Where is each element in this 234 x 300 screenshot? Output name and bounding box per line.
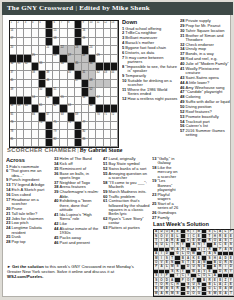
cell-number: 38	[32, 71, 35, 74]
grid-cell[interactable]	[24, 29, 31, 37]
grid-cell[interactable]: 42	[96, 71, 103, 79]
cell-number: 30	[10, 62, 13, 65]
grid-cell[interactable]: 83	[82, 139, 89, 147]
cell-number: 83	[82, 138, 85, 141]
across-clues-column-1: Across 1 Fido’s roommate6 “That gives me…	[6, 157, 52, 263]
grid-cell[interactable]	[60, 122, 67, 130]
clue: 55 Annoying question on a scorcher	[103, 172, 150, 181]
grid-cell[interactable]	[24, 46, 31, 54]
block-cell	[46, 130, 53, 138]
grid-cell[interactable]	[32, 80, 39, 88]
grid-cell[interactable]	[111, 88, 118, 96]
grid-cell[interactable]	[89, 113, 96, 121]
cell-number: 81	[10, 138, 13, 141]
grid-cell[interactable]: 21	[46, 46, 53, 54]
clue: 57 2016 Summer Games setting	[180, 129, 234, 138]
grid-cell[interactable]	[17, 88, 24, 96]
grid-cell[interactable]	[17, 29, 24, 37]
grid-cell[interactable]	[75, 88, 82, 96]
grid-cell[interactable]	[17, 139, 24, 147]
grid-cell[interactable]: 25	[32, 55, 39, 63]
block-cell	[75, 29, 82, 37]
solution-grid: ADOBERIMSCALPNOVELICETHREETIARADEWROASTS…	[153, 229, 234, 297]
cell-number: 51	[54, 88, 57, 91]
cell-number: 5	[39, 21, 40, 24]
crossword-grid[interactable]: 1234567891011121314151617181920212223242…	[9, 20, 119, 148]
cell-number: 47	[75, 79, 78, 82]
cell-number: 36	[90, 62, 93, 65]
cell-number: 28	[82, 54, 85, 57]
block-cell	[46, 122, 53, 130]
cell-number: 24	[90, 46, 93, 49]
cell-number: 72	[111, 113, 114, 116]
cell-number: 71	[104, 113, 107, 116]
grid-cell[interactable]	[60, 139, 67, 147]
cell-number: 43	[104, 71, 107, 74]
cell-number: 44	[111, 71, 114, 74]
grid-cell[interactable]: 56	[82, 97, 89, 105]
cell-number: 73	[10, 121, 13, 124]
clue: 44 Alcatraz inmate of the 1930s	[54, 227, 100, 236]
grid-cell[interactable]: 61	[39, 105, 46, 113]
down-clues-column-1: Down 1 Grad school offering2 TriBeCa nei…	[122, 19, 178, 149]
cell-number: 14	[10, 29, 13, 32]
grid-cell[interactable]: 67	[46, 113, 53, 121]
down-clue-list-1: 1 Grad school offering2 TriBeCa neighbor…	[122, 27, 178, 102]
grid-cell[interactable]: 12	[104, 21, 111, 29]
grid-cell[interactable]: 74	[39, 122, 46, 130]
cell-number: 29	[97, 54, 100, 57]
grid-cell[interactable]: 66	[32, 113, 39, 121]
grid-cell[interactable]: 35	[75, 63, 82, 71]
block-cell	[46, 21, 53, 29]
clue: 36 Base on balls, in sports lingo	[54, 172, 100, 181]
grid-cell[interactable]	[111, 29, 118, 37]
cell-number: 1	[10, 21, 11, 24]
grid-cell[interactable]	[96, 130, 103, 138]
cell-number: 61	[39, 104, 42, 107]
grid-cell[interactable]: 70	[96, 113, 103, 121]
cell-number: 55	[61, 96, 64, 99]
cell-number: 74	[39, 121, 42, 124]
grid-cell[interactable]	[111, 139, 118, 147]
grid-cell[interactable]: 18	[53, 38, 60, 46]
grid-cell[interactable]: 55	[60, 97, 67, 105]
cell-number: 77	[82, 121, 85, 124]
cell-number: 16	[82, 29, 85, 32]
grid-cell[interactable]: 64	[89, 105, 96, 113]
grid-cell[interactable]	[104, 130, 111, 138]
masthead-separator: |	[75, 4, 77, 12]
cell-number: 19	[82, 37, 85, 40]
grid-cell[interactable]: 28	[82, 55, 89, 63]
cell-number: 56	[82, 96, 85, 99]
grid-cell[interactable]	[89, 122, 96, 130]
grid-cell[interactable]	[17, 80, 24, 88]
cell-number: 60	[25, 104, 28, 107]
grid-cell[interactable]	[60, 80, 67, 88]
grid-cell[interactable]: 7	[60, 21, 67, 29]
down-clue-list-2: 28 Private supply29 Prop for Mr. Peanut3…	[180, 19, 234, 138]
puzzle-title-line: SCORCHER CHAMBER|By Gabriel Stone	[7, 147, 147, 154]
clue: 8 “Impossible to see, the future is” spe…	[122, 65, 178, 74]
cell-number: 41	[82, 71, 85, 74]
grid-cell[interactable]	[104, 38, 111, 46]
cell-number: 35	[75, 62, 78, 65]
grid-cell[interactable]	[39, 139, 46, 147]
cell-number: 66	[32, 113, 35, 116]
clue: 28 Pop top	[6, 240, 52, 244]
grid-cell[interactable]: 63	[68, 105, 75, 113]
cell-number: 59	[18, 104, 21, 107]
cell-number: 8	[68, 21, 69, 24]
across-clues-column-3: 47 Land, originally51 Bay State symbol52…	[103, 157, 150, 263]
block-cell	[75, 21, 82, 29]
cell-number: 82	[54, 138, 57, 141]
grid-cell[interactable]	[111, 122, 118, 130]
cell-number: 2	[18, 21, 19, 24]
grid-cell[interactable]	[82, 105, 89, 113]
grid-cell[interactable]: 3	[24, 21, 31, 29]
block-cell	[46, 29, 53, 37]
puzzle-byline: By Gabriel Stone	[80, 147, 123, 153]
grid-cell[interactable]	[32, 139, 39, 147]
grid-cell[interactable]	[104, 29, 111, 37]
grid-cell[interactable]	[104, 97, 111, 105]
grid-cell[interactable]: 38	[32, 71, 39, 79]
grid-cell[interactable]	[111, 46, 118, 54]
grid-cell[interactable]	[75, 97, 82, 105]
grid-cell[interactable]: 5	[39, 21, 46, 29]
grid-cell[interactable]	[104, 88, 111, 96]
across-clue-list-1: 1 Fido’s roommate6 “That gives me an ide…	[6, 165, 52, 245]
grid-cell[interactable]	[17, 113, 24, 121]
cell-number: 48	[90, 79, 93, 82]
cell-number: 58	[10, 104, 13, 107]
grid-cell[interactable]: 76	[68, 122, 75, 130]
cell-number: 22	[61, 46, 64, 49]
grid-cell[interactable]: 49	[10, 88, 17, 96]
grid-cell[interactable]	[17, 122, 24, 130]
grid-cell[interactable]: 2	[17, 21, 24, 29]
cell-number: 46	[46, 79, 49, 82]
down-clues-column-2: 28 Private supply29 Prop for Mr. Peanut3…	[180, 19, 234, 220]
grid-cell[interactable]: 72	[111, 113, 118, 121]
cell-number: 4	[32, 21, 33, 24]
block-cell	[75, 130, 82, 138]
grid-cell[interactable]	[89, 29, 96, 37]
cell-number: 37	[10, 71, 13, 74]
cell-number: 32	[25, 62, 28, 65]
grid-cell[interactable]	[17, 46, 24, 54]
cell-number: 13	[111, 21, 114, 24]
grid-cell[interactable]	[96, 139, 103, 147]
clue: 10 Suitable for drinking on a scorcher	[122, 79, 178, 88]
grid-cell[interactable]: 20	[10, 46, 17, 54]
grid-cell[interactable]	[24, 113, 31, 121]
newspaper-page: The GNY Crossword|Edited by Mike Shenk 1…	[2, 2, 231, 297]
grid-cell[interactable]	[68, 38, 75, 46]
grid-cell[interactable]: 31	[17, 63, 24, 71]
grid-cell[interactable]: 32	[24, 63, 31, 71]
cell-number: 3	[25, 21, 26, 24]
grid-cell[interactable]	[60, 71, 67, 79]
cell-number: 15	[54, 29, 57, 32]
cell-number: 33	[39, 62, 42, 65]
grid-cell[interactable]	[24, 71, 31, 79]
cell-number: 42	[97, 71, 100, 74]
grid-cell[interactable]: 13	[111, 21, 118, 29]
grid-cell[interactable]	[53, 63, 60, 71]
grid-cell[interactable]	[68, 130, 75, 138]
cell-number: 23	[75, 46, 78, 49]
grid-cell[interactable]	[111, 130, 118, 138]
cell-number: 10	[90, 21, 93, 24]
down-header: Down	[122, 19, 178, 26]
grid-cell[interactable]	[32, 38, 39, 46]
cell-number: 54	[46, 96, 49, 99]
cell-number: 62	[54, 104, 57, 107]
grid-cell[interactable]: 59	[17, 105, 24, 113]
grid-cell[interactable]	[39, 38, 46, 46]
grid-cell[interactable]: 54	[46, 97, 53, 105]
cell-number: 75	[54, 121, 57, 124]
grid-cell[interactable]: 23	[75, 46, 82, 54]
grid-cell[interactable]: 44	[111, 71, 118, 79]
last-week-solution-title: Last Week’s Solution	[153, 221, 234, 228]
clue: 40 Exhibiting a “been there, done that” …	[54, 199, 100, 212]
grid-cell[interactable]: 51	[53, 88, 60, 96]
grid-cell[interactable]: 46	[46, 80, 53, 88]
masthead-title: The GNY Crossword	[7, 4, 73, 12]
cell-number: 79	[54, 130, 57, 133]
grid-cell[interactable]: 10	[89, 21, 96, 29]
cell-number: 49	[10, 88, 13, 91]
grid-cell[interactable]	[68, 139, 75, 147]
cell-number: 65	[10, 113, 13, 116]
cell-number: 9	[82, 21, 83, 24]
grid-cell[interactable]: 22	[60, 46, 67, 54]
grid-cell[interactable]: 47	[75, 80, 82, 88]
cell-number: 6	[54, 21, 55, 24]
cell-number: 80	[82, 130, 85, 133]
clue: 58 “I’ll come to you ___”: Macbeth	[103, 181, 150, 190]
grid-cell[interactable]	[111, 97, 118, 105]
puzzle-title: SCORCHER CHAMBER	[7, 147, 76, 153]
grid-cell[interactable]	[68, 88, 75, 96]
grid-cell[interactable]	[24, 88, 31, 96]
grid-cell[interactable]: 11	[96, 21, 103, 29]
puzzle-title-separator: |	[77, 147, 79, 153]
grid-cell[interactable]	[111, 38, 118, 46]
grid-cell[interactable]	[32, 130, 39, 138]
grid-cell[interactable]: 36	[89, 63, 96, 71]
grid-cell[interactable]: 62	[53, 105, 60, 113]
cell-number: 34	[61, 62, 64, 65]
solution-letter-cell: T	[229, 292, 234, 296]
masthead: The GNY Crossword|Edited by Mike Shenk	[2, 2, 233, 15]
block-cell	[82, 80, 89, 88]
grid-cell[interactable]	[17, 38, 24, 46]
grid-cell[interactable]: 8	[68, 21, 75, 29]
grid-cell[interactable]	[46, 55, 53, 63]
across-header: Across	[6, 157, 52, 164]
clue: 19 “Les Bonnes” playwright	[152, 179, 179, 192]
cell-number: 53	[32, 96, 35, 99]
clue: 11 Where the 1986 World Series ended	[122, 88, 178, 97]
cell-number: 63	[68, 104, 71, 107]
masthead-editor: Edited by Mike Shenk	[79, 4, 150, 12]
grid-cell[interactable]	[104, 46, 111, 54]
grid-cell[interactable]	[53, 71, 60, 79]
grid-cell[interactable]	[111, 55, 118, 63]
clue: 18 Like the mercury on a scorcher	[152, 166, 179, 179]
grid-cell[interactable]: 34	[60, 63, 67, 71]
down-clues-column-3: 13 “Golly,” in Galway18 Like the mercury…	[152, 157, 179, 221]
grid-cell[interactable]	[111, 80, 118, 88]
grid-cell[interactable]: 33	[39, 63, 46, 71]
cell-number: 50	[39, 88, 42, 91]
grid-cell[interactable]: 57	[96, 97, 103, 105]
grid-cell[interactable]	[24, 122, 31, 130]
across-clues-column-2: 33 Helm of The Band34 Kick off35 Reminis…	[54, 157, 100, 263]
cell-number: 7	[61, 21, 62, 24]
grid-cell[interactable]: 81	[10, 139, 17, 147]
clue: 61 Contraction that’s followed by the sh…	[103, 199, 150, 216]
clue: 41 Ida Lupino’s “High Sierra” role	[54, 213, 100, 222]
grid-cell[interactable]	[96, 122, 103, 130]
across-clue-list-3: 47 Land, originally51 Bay State symbol52…	[103, 157, 150, 230]
grid-cell[interactable]	[60, 130, 67, 138]
cell-number: 27	[68, 54, 71, 57]
cell-number: 69	[75, 113, 78, 116]
block-cell	[39, 71, 46, 79]
grid-cell[interactable]: 43	[104, 71, 111, 79]
cell-number: 64	[90, 104, 93, 107]
grid-cell[interactable]	[68, 80, 75, 88]
grid-cell[interactable]	[68, 29, 75, 37]
grid-cell[interactable]	[32, 29, 39, 37]
cell-number: 39	[46, 71, 49, 74]
cell-number: 18	[54, 37, 57, 40]
cell-number: 25	[32, 54, 35, 57]
grid-cell[interactable]: 41	[82, 71, 89, 79]
cell-number: 11	[97, 21, 100, 24]
cell-number: 67	[46, 113, 49, 116]
cell-number: 26	[54, 54, 57, 57]
grid-cell[interactable]	[17, 71, 24, 79]
clue: 46 Past and present	[54, 241, 100, 245]
grid-cell[interactable]	[60, 29, 67, 37]
cell-number: 17	[10, 37, 13, 40]
grid-cell[interactable]	[24, 80, 31, 88]
grid-cell[interactable]: 50	[39, 88, 46, 96]
clue: 31 Brother of Simon and Theodore	[180, 34, 234, 43]
grid-cell[interactable]: 68	[60, 113, 67, 121]
clue: 12 How a restless night passes	[122, 97, 178, 101]
grid-cell[interactable]: 60	[24, 105, 31, 113]
grid-cell[interactable]: 19	[82, 38, 89, 46]
block-cell	[75, 122, 82, 130]
grid-cell[interactable]: 29	[96, 55, 103, 63]
cell-number: 45	[10, 79, 13, 82]
cell-number: 76	[68, 121, 71, 124]
grid-cell[interactable]: 24	[89, 46, 96, 54]
grid-cell[interactable]: 69	[75, 113, 82, 121]
block-cell	[75, 139, 82, 147]
grid-cell[interactable]: 4	[32, 21, 39, 29]
cell-number: 40	[68, 71, 71, 74]
grid-cell[interactable]	[104, 80, 111, 88]
grid-cell[interactable]	[104, 55, 111, 63]
grid-cell[interactable]	[104, 122, 111, 130]
grid-cell[interactable]	[39, 130, 46, 138]
grid-cell[interactable]: 40	[68, 71, 75, 79]
grid-cell[interactable]: 53	[32, 97, 39, 105]
grid-cell[interactable]	[39, 46, 46, 54]
down-clue-list-3: 13 “Golly,” in Galway18 Like the mercury…	[152, 157, 179, 221]
grid-cell[interactable]	[104, 139, 111, 147]
grid-cell[interactable]	[24, 130, 31, 138]
cell-number: 20	[10, 46, 13, 49]
across-clue-list-2: 33 Helm of The Band34 Kick off35 Reminis…	[54, 157, 100, 245]
clue: 7 It may come between partners	[122, 56, 178, 65]
cell-number: 78	[10, 130, 13, 133]
grid-cell[interactable]: 52	[89, 88, 96, 96]
cell-number: 68	[61, 113, 64, 116]
grid-cell[interactable]: 26	[53, 55, 60, 63]
grid-cell[interactable]	[96, 29, 103, 37]
grid-cell[interactable]	[17, 130, 24, 138]
grid-cell[interactable]: 27	[68, 55, 75, 63]
last-week-solution: Last Week’s Solution ADOBERIMSCALPNOVELI…	[153, 221, 234, 297]
grid-cell[interactable]	[89, 139, 96, 147]
cell-number: 21	[46, 46, 49, 49]
block-cell	[46, 139, 53, 147]
grid-cell[interactable]	[32, 122, 39, 130]
cell-number: 12	[104, 21, 107, 24]
grid-cell[interactable]	[96, 38, 103, 46]
grid-cell[interactable]: 71	[104, 113, 111, 121]
clue: 63 Platters at parties	[103, 226, 150, 230]
grid-cell[interactable]	[39, 29, 46, 37]
grid-cell[interactable]	[24, 139, 31, 147]
grid-cell[interactable]	[24, 38, 31, 46]
cell-number: 70	[97, 113, 100, 116]
grid-cell[interactable]	[96, 80, 103, 88]
cell-number: 57	[97, 96, 100, 99]
cell-number: 52	[90, 88, 93, 91]
cell-number: 31	[18, 62, 21, 65]
footer-site-link: WSJ.com/Puzzles.	[7, 274, 44, 279]
grid-cell[interactable]: 82	[53, 139, 60, 147]
grid-cell[interactable]	[89, 130, 96, 138]
footer-note: ►Get the solution to this week’s GNY Cro…	[7, 264, 139, 280]
